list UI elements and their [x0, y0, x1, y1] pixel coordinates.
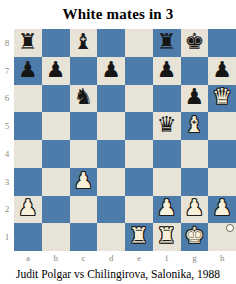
file-label-h: h [208, 251, 236, 264]
black-pawn-h7: ♟ [212, 59, 232, 81]
file-label-a: a [14, 251, 42, 264]
file-label-e: e [125, 251, 153, 264]
square-b1 [42, 223, 70, 251]
chess-puzzle-page: White mates in 3 87654321 ♜♝♜♚♟♟♟♟♟♞♟♛♛♝… [0, 0, 236, 284]
square-c5 [70, 112, 98, 140]
square-d5 [97, 112, 125, 140]
board-area: 87654321 ♜♝♜♚♟♟♟♟♟♞♟♛♛♝♟♟♟♟♟♜♜♚ [0, 29, 236, 251]
file-label-f: f [153, 251, 181, 264]
rank-label-4: 4 [0, 140, 14, 168]
black-rook-a8: ♜ [18, 31, 38, 53]
square-a7: ♟ [14, 57, 42, 85]
square-c3: ♟ [70, 168, 98, 196]
file-label-g: g [181, 251, 209, 264]
square-e5 [125, 112, 153, 140]
square-e2 [125, 196, 153, 224]
square-a8: ♜ [14, 29, 42, 57]
white-rook-f1: ♜ [157, 225, 177, 247]
square-d3 [97, 168, 125, 196]
square-b3 [42, 168, 70, 196]
square-b5 [42, 112, 70, 140]
square-g6: ♟ [181, 85, 209, 113]
square-g3 [181, 168, 209, 196]
square-d8 [97, 29, 125, 57]
white-pawn-f2: ♟ [157, 197, 177, 219]
square-f1: ♜ [153, 223, 181, 251]
square-h8 [208, 29, 236, 57]
square-c8: ♝ [70, 29, 98, 57]
square-h2: ♟ [208, 196, 236, 224]
square-d4 [97, 140, 125, 168]
square-c7 [70, 57, 98, 85]
rank-label-7: 7 [0, 57, 14, 85]
file-label-c: c [70, 251, 98, 264]
square-b7: ♟ [42, 57, 70, 85]
black-pawn-f7: ♟ [157, 59, 177, 81]
white-to-move-circle-icon [226, 224, 234, 232]
white-king-g1: ♚ [185, 225, 205, 247]
rank-label-1: 1 [0, 223, 14, 251]
square-b2 [42, 196, 70, 224]
square-a1 [14, 223, 42, 251]
black-pawn-a7: ♟ [18, 59, 38, 81]
square-g8: ♚ [181, 29, 209, 57]
square-f4 [153, 140, 181, 168]
square-h1 [208, 223, 236, 251]
square-h3 [208, 168, 236, 196]
square-g1: ♚ [181, 223, 209, 251]
square-f6 [153, 85, 181, 113]
file-label-d: d [97, 251, 125, 264]
rank-label-8: 8 [0, 29, 14, 57]
black-queen-f5: ♛ [157, 114, 177, 136]
square-a2: ♟ [14, 196, 42, 224]
square-f5: ♛ [153, 112, 181, 140]
white-queen-h6: ♛ [212, 86, 232, 108]
square-f3 [153, 168, 181, 196]
black-pawn-b7: ♟ [46, 59, 66, 81]
rank-label-5: 5 [0, 112, 14, 140]
rank-label-3: 3 [0, 168, 14, 196]
square-h7: ♟ [208, 57, 236, 85]
square-a6 [14, 85, 42, 113]
game-caption: Judit Polgar vs Chilingirova, Salonika, … [0, 264, 236, 284]
square-f7: ♟ [153, 57, 181, 85]
square-d1 [97, 223, 125, 251]
square-d6 [97, 85, 125, 113]
square-e7 [125, 57, 153, 85]
square-a4 [14, 140, 42, 168]
rank-label-6: 6 [0, 85, 14, 113]
file-labels: abcdefgh [14, 251, 236, 264]
white-pawn-c3: ♟ [74, 170, 94, 192]
white-pawn-h2: ♟ [212, 197, 232, 219]
black-pawn-d7: ♟ [101, 59, 121, 81]
file-label-b: b [42, 251, 70, 264]
square-c1 [70, 223, 98, 251]
black-knight-c6: ♞ [74, 86, 94, 108]
square-e3 [125, 168, 153, 196]
white-rook-e1: ♜ [129, 225, 149, 247]
square-c2 [70, 196, 98, 224]
square-a5 [14, 112, 42, 140]
square-e8 [125, 29, 153, 57]
black-pawn-g6: ♟ [185, 86, 205, 108]
rank-label-2: 2 [0, 196, 14, 224]
black-rook-f8: ♜ [157, 31, 177, 53]
square-g2: ♟ [181, 196, 209, 224]
rank-labels: 87654321 [0, 29, 14, 251]
black-king-g8: ♚ [185, 31, 205, 53]
square-d2 [97, 196, 125, 224]
white-pawn-g2: ♟ [185, 197, 205, 219]
square-b8 [42, 29, 70, 57]
square-e4 [125, 140, 153, 168]
square-g7 [181, 57, 209, 85]
square-g4 [181, 140, 209, 168]
black-bishop-c8: ♝ [74, 31, 94, 53]
square-c6: ♞ [70, 85, 98, 113]
square-d7: ♟ [97, 57, 125, 85]
square-b6 [42, 85, 70, 113]
square-h4 [208, 140, 236, 168]
square-h5 [208, 112, 236, 140]
square-c4 [70, 140, 98, 168]
puzzle-title: White mates in 3 [0, 0, 236, 29]
white-bishop-g5: ♝ [185, 114, 205, 136]
square-b4 [42, 140, 70, 168]
square-g5: ♝ [181, 112, 209, 140]
white-pawn-a2: ♟ [18, 197, 38, 219]
square-e6 [125, 85, 153, 113]
square-h6: ♛ [208, 85, 236, 113]
chess-board: ♜♝♜♚♟♟♟♟♟♞♟♛♛♝♟♟♟♟♟♜♜♚ [14, 29, 236, 251]
square-f8: ♜ [153, 29, 181, 57]
square-e1: ♜ [125, 223, 153, 251]
square-a3 [14, 168, 42, 196]
square-f2: ♟ [153, 196, 181, 224]
